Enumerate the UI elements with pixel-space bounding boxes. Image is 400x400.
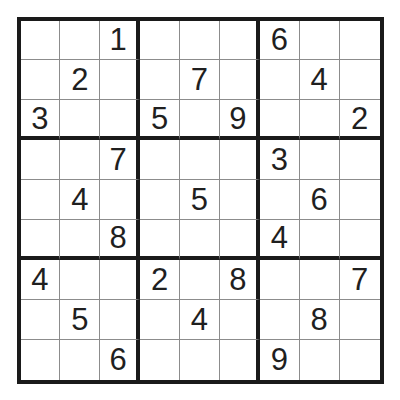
cell-r4c4[interactable] xyxy=(140,140,180,180)
cell-r7c1[interactable]: 4 xyxy=(21,260,61,300)
cell-r8c7[interactable] xyxy=(260,300,300,340)
cell-r6c6[interactable] xyxy=(220,220,260,260)
cell-r2c2[interactable]: 2 xyxy=(60,60,100,100)
cell-r7c2[interactable] xyxy=(60,260,100,300)
cell-r7c8[interactable] xyxy=(300,260,340,300)
cell-r7c6[interactable]: 8 xyxy=(220,260,260,300)
cell-r9c4[interactable] xyxy=(140,340,180,380)
page: 1627435927345684428754869 xyxy=(0,0,400,400)
cell-r6c1[interactable] xyxy=(21,220,61,260)
cell-r2c5[interactable]: 7 xyxy=(180,60,220,100)
cell-r9c1[interactable] xyxy=(21,340,61,380)
cell-r2c1[interactable] xyxy=(21,60,61,100)
cell-r2c3[interactable] xyxy=(100,60,140,100)
cell-r5c1[interactable] xyxy=(21,180,61,220)
cell-r8c6[interactable] xyxy=(220,300,260,340)
cell-r3c3[interactable] xyxy=(100,100,140,140)
cell-r6c5[interactable] xyxy=(180,220,220,260)
sudoku-board: 1627435927345684428754869 xyxy=(17,17,384,384)
cell-r9c9[interactable] xyxy=(340,340,380,380)
cell-r9c7[interactable]: 9 xyxy=(260,340,300,380)
cell-r2c4[interactable] xyxy=(140,60,180,100)
cell-r8c9[interactable] xyxy=(340,300,380,340)
cell-r1c9[interactable] xyxy=(340,21,380,61)
cell-r4c6[interactable] xyxy=(220,140,260,180)
cell-r4c8[interactable] xyxy=(300,140,340,180)
cell-r9c5[interactable] xyxy=(180,340,220,380)
cell-r8c8[interactable]: 8 xyxy=(300,300,340,340)
cell-r4c7[interactable]: 3 xyxy=(260,140,300,180)
cell-r6c4[interactable] xyxy=(140,220,180,260)
cell-r1c7[interactable]: 6 xyxy=(260,21,300,61)
cell-r5c9[interactable] xyxy=(340,180,380,220)
cell-r6c9[interactable] xyxy=(340,220,380,260)
cell-r7c4[interactable]: 2 xyxy=(140,260,180,300)
cell-r7c3[interactable] xyxy=(100,260,140,300)
cell-r3c5[interactable] xyxy=(180,100,220,140)
cell-r3c7[interactable] xyxy=(260,100,300,140)
cell-r9c6[interactable] xyxy=(220,340,260,380)
cell-r5c7[interactable] xyxy=(260,180,300,220)
cell-r7c7[interactable] xyxy=(260,260,300,300)
cell-r1c6[interactable] xyxy=(220,21,260,61)
cell-r5c4[interactable] xyxy=(140,180,180,220)
cell-r8c1[interactable] xyxy=(21,300,61,340)
cell-r1c3[interactable]: 1 xyxy=(100,21,140,61)
cell-r2c9[interactable] xyxy=(340,60,380,100)
cell-r4c1[interactable] xyxy=(21,140,61,180)
cell-r4c3[interactable]: 7 xyxy=(100,140,140,180)
cell-r5c3[interactable] xyxy=(100,180,140,220)
cell-r3c4[interactable]: 5 xyxy=(140,100,180,140)
cell-r5c6[interactable] xyxy=(220,180,260,220)
cell-r9c8[interactable] xyxy=(300,340,340,380)
cell-r6c3[interactable]: 8 xyxy=(100,220,140,260)
cell-r3c8[interactable] xyxy=(300,100,340,140)
cell-r3c2[interactable] xyxy=(60,100,100,140)
cell-r8c5[interactable]: 4 xyxy=(180,300,220,340)
cell-r6c7[interactable]: 4 xyxy=(260,220,300,260)
cell-r4c2[interactable] xyxy=(60,140,100,180)
cell-r4c5[interactable] xyxy=(180,140,220,180)
cell-r2c6[interactable] xyxy=(220,60,260,100)
cell-r1c4[interactable] xyxy=(140,21,180,61)
cell-r1c1[interactable] xyxy=(21,21,61,61)
cell-r9c3[interactable]: 6 xyxy=(100,340,140,380)
cell-r5c8[interactable]: 6 xyxy=(300,180,340,220)
cell-r6c2[interactable] xyxy=(60,220,100,260)
cell-r2c8[interactable]: 4 xyxy=(300,60,340,100)
cell-r8c2[interactable]: 5 xyxy=(60,300,100,340)
cell-r1c5[interactable] xyxy=(180,21,220,61)
cell-r3c6[interactable]: 9 xyxy=(220,100,260,140)
cell-r8c3[interactable] xyxy=(100,300,140,340)
cell-r3c1[interactable]: 3 xyxy=(21,100,61,140)
cell-r5c2[interactable]: 4 xyxy=(60,180,100,220)
cell-r9c2[interactable] xyxy=(60,340,100,380)
cell-r7c9[interactable]: 7 xyxy=(340,260,380,300)
cell-r1c2[interactable] xyxy=(60,21,100,61)
cell-r5c5[interactable]: 5 xyxy=(180,180,220,220)
cell-r8c4[interactable] xyxy=(140,300,180,340)
cell-r3c9[interactable]: 2 xyxy=(340,100,380,140)
cell-r7c5[interactable] xyxy=(180,260,220,300)
cell-r1c8[interactable] xyxy=(300,21,340,61)
cell-r6c8[interactable] xyxy=(300,220,340,260)
cell-r4c9[interactable] xyxy=(340,140,380,180)
cell-r2c7[interactable] xyxy=(260,60,300,100)
